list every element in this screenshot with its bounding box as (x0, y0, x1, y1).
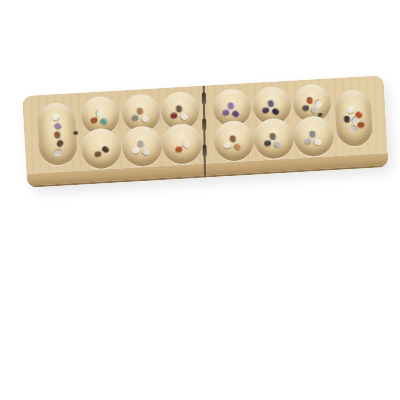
gem-stone (310, 130, 316, 137)
gem-stone (268, 100, 274, 107)
gem-stone (303, 137, 310, 143)
hinge-knuckle-icon (202, 92, 206, 104)
gem-stone (140, 114, 149, 123)
gem-stone (94, 150, 101, 156)
gem-stone (131, 114, 138, 120)
gem-stone (141, 147, 150, 156)
gem-stone (101, 144, 110, 153)
gem-stone (175, 145, 182, 151)
store-right (334, 89, 373, 147)
gem-stone (132, 147, 139, 153)
gem-stone (96, 110, 102, 117)
pit-bottom-4[interactable] (213, 120, 255, 162)
gem-stone (223, 142, 230, 148)
gem-stone (222, 109, 229, 115)
gem-stone (99, 116, 108, 125)
gem-stone (347, 106, 354, 112)
pit-bottom-2[interactable] (121, 125, 163, 167)
gem-stone (170, 112, 177, 118)
gem-stone (233, 142, 242, 151)
gem-stone (52, 113, 59, 119)
gem-stone (344, 115, 350, 122)
pit-bottom-3[interactable] (161, 123, 203, 165)
gem-stone (138, 140, 144, 147)
gem-stone (357, 122, 364, 129)
pit-bottom-6[interactable] (293, 115, 335, 157)
gem-stone (55, 139, 64, 148)
gem-stone (179, 112, 188, 121)
gem-stone (270, 133, 276, 140)
gem-stone (53, 121, 62, 130)
gem-stone (348, 124, 357, 133)
gem-stone (181, 140, 190, 149)
gem-stone (54, 131, 60, 138)
gem-stone (307, 96, 313, 103)
gem-stone (230, 135, 236, 142)
gem-stone (231, 109, 240, 118)
hinge-knuckle-icon (203, 144, 207, 156)
gem-stone (176, 105, 182, 112)
pit-bottom-1[interactable] (80, 127, 122, 169)
gem-stone (301, 104, 308, 110)
product-photo-canvas (0, 0, 400, 400)
hinge-knuckle-icon (202, 118, 206, 130)
latch-peg-dot (73, 131, 78, 135)
gem-stone (90, 116, 97, 122)
gem-stone (273, 139, 282, 148)
pit-bottom-5[interactable] (253, 117, 295, 159)
gem-stone (271, 106, 280, 115)
gem-stone (137, 107, 143, 114)
mancala-board (22, 75, 389, 188)
gem-stone (262, 106, 269, 112)
gem-stone (263, 139, 270, 145)
gem-stone (228, 102, 234, 109)
gem-stone (313, 137, 322, 146)
gem-stone (54, 149, 61, 156)
store-left (36, 102, 78, 166)
